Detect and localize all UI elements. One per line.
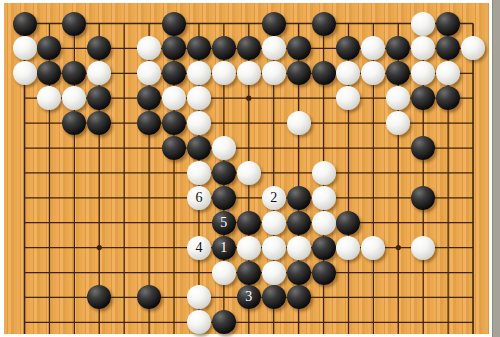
move-number-label: 4 [195, 241, 202, 255]
stone-black [212, 310, 236, 334]
stone-white [262, 236, 286, 260]
stone-black [62, 111, 86, 135]
stone-white [336, 236, 360, 260]
stone-black-move-1: 1 [212, 236, 236, 260]
stone-white [187, 285, 211, 309]
stone-white [87, 61, 111, 85]
stone-black [87, 285, 111, 309]
stone-white-move-6: 6 [187, 186, 211, 210]
stone-white [212, 261, 236, 285]
stone-white [237, 236, 261, 260]
stone-white [187, 111, 211, 135]
stone-white [187, 310, 211, 334]
stone-white [312, 211, 336, 235]
stone-black [287, 261, 311, 285]
stone-black [237, 261, 261, 285]
stone-black [162, 136, 186, 160]
stone-black [436, 12, 460, 36]
stone-white [386, 86, 410, 110]
go-diagram: 625413 [0, 0, 500, 337]
stone-white [312, 186, 336, 210]
go-board[interactable]: 625413 [0, 0, 500, 337]
stone-black [411, 86, 435, 110]
stone-black-move-5: 5 [212, 211, 236, 235]
stone-black [237, 36, 261, 60]
stone-white [262, 211, 286, 235]
stone-white [411, 236, 435, 260]
stone-white [13, 61, 37, 85]
stone-white [411, 36, 435, 60]
stone-black [312, 236, 336, 260]
stone-white [162, 86, 186, 110]
stone-white [262, 61, 286, 85]
stone-white [287, 236, 311, 260]
window-edge-strip [492, 0, 500, 337]
stone-white [237, 161, 261, 185]
stone-white [361, 36, 385, 60]
move-number-label: 1 [220, 241, 227, 255]
stone-black [386, 61, 410, 85]
stone-white [361, 236, 385, 260]
move-number-label: 3 [245, 290, 252, 304]
stone-white [187, 86, 211, 110]
stone-black [287, 211, 311, 235]
stone-white [262, 36, 286, 60]
stone-black [37, 36, 61, 60]
stone-white-move-2: 2 [262, 186, 286, 210]
stone-black [37, 61, 61, 85]
stone-white [411, 61, 435, 85]
stone-white [312, 161, 336, 185]
stone-black [436, 86, 460, 110]
stone-black [436, 36, 460, 60]
stone-white [336, 61, 360, 85]
stone-black [237, 211, 261, 235]
stone-black [162, 12, 186, 36]
stone-white [411, 12, 435, 36]
stone-black [87, 86, 111, 110]
stone-black [13, 12, 37, 36]
stone-black [137, 111, 161, 135]
stone-black [287, 36, 311, 60]
stone-black [212, 186, 236, 210]
stone-black [187, 136, 211, 160]
stone-black [162, 111, 186, 135]
stone-black [137, 285, 161, 309]
stone-black [312, 12, 336, 36]
stone-white [262, 261, 286, 285]
stone-white [461, 36, 485, 60]
move-number-label: 5 [220, 216, 227, 230]
stone-black [212, 36, 236, 60]
stone-black [162, 61, 186, 85]
stone-black [336, 211, 360, 235]
stone-black [62, 12, 86, 36]
stone-black [287, 186, 311, 210]
stone-white [187, 61, 211, 85]
stone-black [287, 285, 311, 309]
stone-white-move-4: 4 [187, 236, 211, 260]
stone-black [187, 36, 211, 60]
stone-white [336, 86, 360, 110]
stone-black [287, 61, 311, 85]
stone-white [436, 61, 460, 85]
stone-white [287, 111, 311, 135]
stone-white [187, 161, 211, 185]
stone-white [62, 86, 86, 110]
stone-black [411, 136, 435, 160]
stone-white [137, 36, 161, 60]
stone-black [162, 36, 186, 60]
move-number-label: 6 [195, 191, 202, 205]
stone-black [386, 36, 410, 60]
stone-black [212, 161, 236, 185]
stone-black [336, 36, 360, 60]
move-number-label: 2 [270, 191, 277, 205]
stone-white [212, 136, 236, 160]
stone-white [137, 61, 161, 85]
stone-white [386, 111, 410, 135]
stone-black [137, 86, 161, 110]
stone-white [37, 86, 61, 110]
stone-white [13, 36, 37, 60]
stone-black [87, 36, 111, 60]
stone-white [237, 61, 261, 85]
stone-white [212, 61, 236, 85]
stone-black [411, 186, 435, 210]
stone-black [262, 12, 286, 36]
stone-black [62, 61, 86, 85]
stone-black [262, 285, 286, 309]
stone-black [312, 261, 336, 285]
stone-black [312, 61, 336, 85]
stone-white [361, 61, 385, 85]
stone-black [87, 111, 111, 135]
stone-black-move-3: 3 [237, 285, 261, 309]
